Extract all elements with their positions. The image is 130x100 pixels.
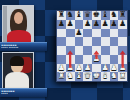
square-c7[interactable]: [75, 20, 84, 29]
square-g3[interactable]: [110, 55, 119, 64]
commentator-white-shirt: [5, 72, 29, 89]
square-h2[interactable]: ♟: [118, 64, 127, 73]
square-a6[interactable]: [57, 29, 66, 38]
square-c8[interactable]: ♝: [75, 11, 84, 20]
white-king: ♚: [93, 72, 100, 81]
square-e6[interactable]: [92, 29, 101, 38]
square-g6[interactable]: [110, 29, 119, 38]
square-d2[interactable]: ♟: [83, 64, 92, 73]
square-a1[interactable]: ♜: [57, 72, 66, 81]
broadcast-stage: ▪▪▪▪▪▪▪▪ ▪▪▪▪ ▪▪▪▪▪▪ ▪▪▪▪▪▪▪ ▪▪▪▪ ♜♞♝♛♚♝…: [0, 0, 130, 100]
square-d1[interactable]: ♛: [83, 72, 92, 81]
white-bishop: ♝: [75, 72, 82, 81]
white-knight: ♞: [67, 72, 74, 81]
square-e3[interactable]: ♟: [92, 55, 101, 64]
black-pawn: ♟: [110, 20, 117, 29]
white-pawn: ♟: [93, 55, 100, 64]
webcam-top-commentator: [2, 5, 34, 44]
square-h1[interactable]: ♜: [118, 72, 127, 81]
square-g8[interactable]: ♞: [110, 11, 119, 20]
square-a4[interactable]: [57, 46, 66, 55]
black-knight: ♞: [67, 11, 74, 20]
white-knight: ♞: [110, 72, 117, 81]
square-c6[interactable]: ♟: [75, 29, 84, 38]
white-pawn: ♟: [75, 64, 82, 73]
black-pawn: ♟: [84, 20, 91, 29]
black-bishop: ♝: [102, 11, 109, 20]
square-h6[interactable]: [118, 29, 127, 38]
square-e8[interactable]: ♚: [92, 11, 101, 20]
white-queen: ♛: [84, 72, 91, 81]
square-a7[interactable]: ♟: [57, 20, 66, 29]
square-a5[interactable]: [57, 37, 66, 46]
square-b3[interactable]: [66, 55, 75, 64]
commentator-hair: [10, 56, 24, 66]
square-b4[interactable]: [66, 46, 75, 55]
square-g4[interactable]: [110, 46, 119, 55]
black-king: ♚: [93, 11, 100, 20]
black-pawn: ♟: [58, 20, 65, 29]
square-b1[interactable]: ♞: [66, 72, 75, 81]
square-f6[interactable]: [101, 29, 110, 38]
white-pawn: ♟: [84, 64, 91, 73]
white-pawn: ♟: [119, 64, 126, 73]
square-f5[interactable]: [101, 37, 110, 46]
square-g1[interactable]: ♞: [110, 72, 119, 81]
square-b2[interactable]: ♟: [66, 64, 75, 73]
square-e7[interactable]: ♟: [92, 20, 101, 29]
black-rook: ♜: [58, 11, 65, 20]
square-d7[interactable]: ♟: [83, 20, 92, 29]
webcam-bottom-commentator: [2, 52, 34, 90]
square-e5[interactable]: [92, 37, 101, 46]
commentator-face: [14, 12, 23, 24]
square-d3[interactable]: [83, 55, 92, 64]
white-rook: ♜: [58, 72, 65, 81]
black-bishop: ♝: [75, 11, 82, 20]
square-d4[interactable]: [83, 46, 92, 55]
nameplate-top-line2: ▪▪▪▪ ▪▪▪▪▪▪: [1, 46, 47, 48]
square-a3[interactable]: [57, 55, 66, 64]
square-e4[interactable]: [92, 46, 101, 55]
black-pawn: ♟: [102, 20, 109, 29]
square-f3[interactable]: [101, 55, 110, 64]
nameplate-bottom-line2: ▪▪▪▪: [1, 92, 47, 94]
square-g5[interactable]: [110, 37, 119, 46]
square-h8[interactable]: ♜: [118, 11, 127, 20]
white-pawn: ♟: [67, 64, 74, 73]
square-g2[interactable]: ♟: [110, 64, 119, 73]
square-b7[interactable]: ♟: [66, 20, 75, 29]
square-h4[interactable]: [118, 46, 127, 55]
white-rook: ♜: [119, 72, 126, 81]
white-bishop: ♝: [102, 72, 109, 81]
square-d8[interactable]: ♛: [83, 11, 92, 20]
white-pawn: ♟: [58, 64, 65, 73]
square-e1[interactable]: ♚: [92, 72, 101, 81]
square-a2[interactable]: ♟: [57, 64, 66, 73]
black-pawn: ♟: [75, 29, 82, 38]
square-d5[interactable]: [83, 37, 92, 46]
square-c3[interactable]: [75, 55, 84, 64]
chess-board: ♜♞♝♛♚♝♞♜♟♟♟♟♟♟♟♟♟♟♟♟♟♟♟♟♜♞♝♛♚♝♞♜: [57, 11, 127, 81]
square-f4[interactable]: [101, 46, 110, 55]
nameplate-bottom: ▪▪▪▪▪▪▪ ▪▪▪▪: [0, 88, 47, 97]
square-c5[interactable]: [75, 37, 84, 46]
square-h3[interactable]: [118, 55, 127, 64]
nameplate-top: ▪▪▪▪▪▪▪▪ ▪▪▪▪ ▪▪▪▪▪▪: [0, 42, 47, 51]
black-pawn: ♟: [93, 20, 100, 29]
square-b5[interactable]: [66, 37, 75, 46]
square-f1[interactable]: ♝: [101, 72, 110, 81]
square-c4[interactable]: [75, 46, 84, 55]
square-h7[interactable]: ♟: [118, 20, 127, 29]
square-g7[interactable]: ♟: [110, 20, 119, 29]
black-pawn: ♟: [67, 20, 74, 29]
square-f8[interactable]: ♝: [101, 11, 110, 20]
black-knight: ♞: [110, 11, 117, 20]
white-pawn: ♟: [102, 64, 109, 73]
chess-board-grid: ♜♞♝♛♚♝♞♜♟♟♟♟♟♟♟♟♟♟♟♟♟♟♟♟♜♞♝♛♚♝♞♜: [57, 11, 127, 81]
square-c1[interactable]: ♝: [75, 72, 84, 81]
square-c2[interactable]: ♟: [75, 64, 84, 73]
square-e2[interactable]: [92, 64, 101, 73]
square-f2[interactable]: ♟: [101, 64, 110, 73]
square-d6[interactable]: [83, 29, 92, 38]
square-h5[interactable]: [118, 37, 127, 46]
square-f7[interactable]: ♟: [101, 20, 110, 29]
square-b8[interactable]: ♞: [66, 11, 75, 20]
square-b6[interactable]: [66, 29, 75, 38]
square-a8[interactable]: ♜: [57, 11, 66, 20]
black-queen: ♛: [84, 11, 91, 20]
black-rook: ♜: [119, 11, 126, 20]
white-pawn: ♟: [110, 64, 117, 73]
black-pawn: ♟: [119, 20, 126, 29]
